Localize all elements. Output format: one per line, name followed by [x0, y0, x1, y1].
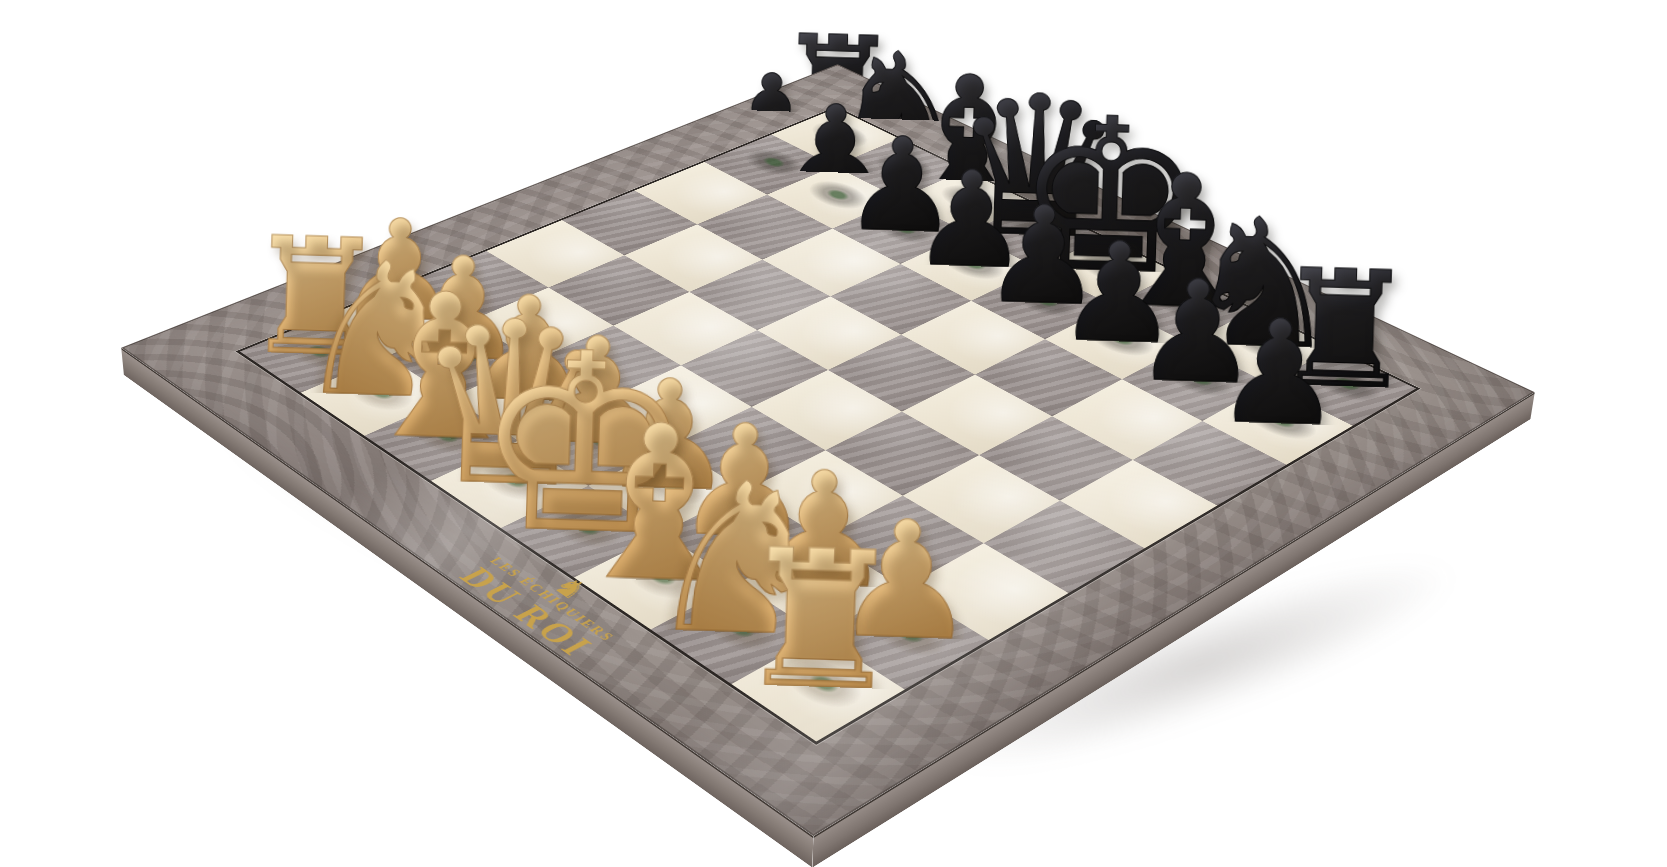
- piece-shadow: [844, 595, 976, 675]
- piece-shadow: [686, 497, 810, 569]
- piece-shadow: [1222, 390, 1341, 453]
- camera-roll-wrapper: ♞ LES ÉCHIQUIERS DU ROI ♜♞♝♛♚♝♞♜♟♟♟♟♟♟♟♟…: [0, 0, 1667, 867]
- piece-glyph: ♜: [665, 388, 981, 692]
- piece-shadow: [757, 642, 891, 726]
- piece-shadow: [763, 545, 891, 621]
- page-background: ♞ LES ÉCHIQUIERS DU ROI ♜♞♝♛♚♝♞♜♟♟♟♟♟♟♟♟…: [0, 0, 1667, 867]
- board: ♞ LES ÉCHIQUIERS DU ROI ♜♞♝♛♚♝♞♜♟♟♟♟♟♟♟♟…: [121, 64, 1535, 836]
